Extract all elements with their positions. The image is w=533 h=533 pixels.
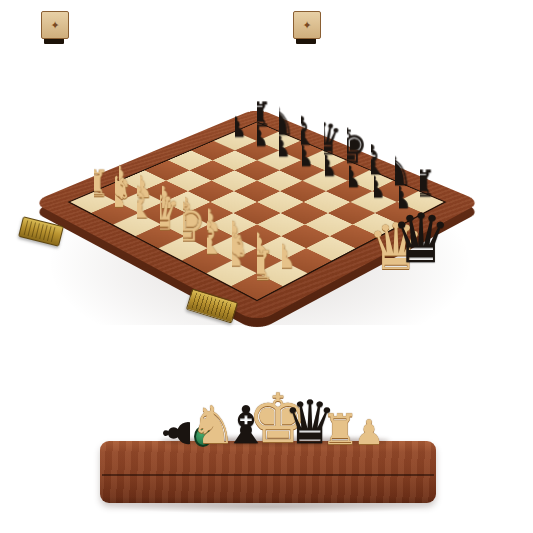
white-rook-glyph: ♜ (239, 246, 275, 287)
black-spare-queen[interactable]: ♛ (391, 208, 452, 269)
black-pawn-glyph: ♟ (336, 162, 363, 192)
black-pawn-glyph: ♟ (360, 172, 387, 202)
case-latch-right[interactable]: ✦ (293, 11, 321, 39)
latch-ornament-icon: ✦ (302, 19, 311, 32)
latch-ornament-icon: ✦ (50, 19, 59, 32)
black-pawn-glyph: ♟ (289, 141, 315, 170)
case-lid-seam (102, 474, 434, 476)
open-board-scene: ♜♞♝♛♚♝♞♜♟♟♟♟♟♟♟♟♟♟♟♟♟♟♟♟♜♞♝♛♚♝♞♜ ♛♛ (0, 0, 533, 345)
white-pawn-display[interactable]: ♟ (354, 419, 384, 447)
black-pawn-glyph: ♟ (312, 151, 338, 180)
chess-set-product-photo: ♜♞♝♛♚♝♞♜♟♟♟♟♟♟♟♟♟♟♟♟♟♟♟♟♜♞♝♛♚♝♞♜ ♛♛ ✦ ✦ … (0, 0, 533, 533)
square-h1[interactable]: ♜ (231, 273, 282, 299)
case-latch-left[interactable]: ✦ (41, 11, 69, 39)
